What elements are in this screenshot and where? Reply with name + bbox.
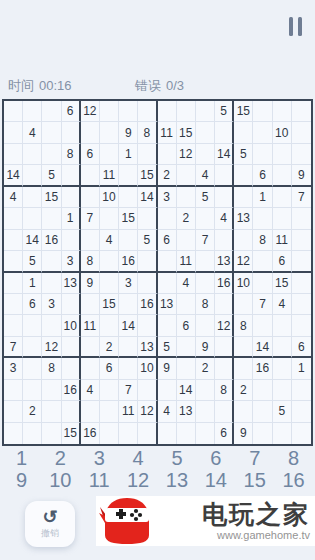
cell-r12c12[interactable]: [215, 337, 234, 358]
cell-r10c5[interactable]: [81, 294, 100, 315]
cell-r16c4[interactable]: 15: [62, 423, 81, 444]
cell-r14c3[interactable]: [42, 380, 61, 401]
cell-r5c16[interactable]: 7: [292, 187, 311, 208]
errors-value: 0/3: [166, 78, 184, 93]
cell-r9c14[interactable]: [253, 273, 272, 294]
cell-r13c8[interactable]: 10: [138, 358, 157, 379]
cell-r15c10[interactable]: 13: [177, 401, 196, 422]
cell-r8c11[interactable]: [196, 251, 215, 272]
cell-r1c7[interactable]: [119, 101, 138, 122]
numpad-key-8[interactable]: 8: [274, 447, 313, 469]
cell-r4c11[interactable]: 4: [196, 165, 215, 186]
cell-r6c15[interactable]: [273, 208, 292, 229]
cell-r7c15[interactable]: 11: [273, 230, 292, 251]
cell-r10c10[interactable]: [177, 294, 196, 315]
cell-r1c6[interactable]: [100, 101, 119, 122]
cell-r5c15[interactable]: [273, 187, 292, 208]
numpad-key-13[interactable]: 13: [158, 469, 197, 491]
cell-r16c13[interactable]: 9: [234, 423, 253, 444]
cell-r10c12[interactable]: [215, 294, 234, 315]
cell-r13c16[interactable]: 1: [292, 358, 311, 379]
cell-r1c2[interactable]: [23, 101, 42, 122]
undo-button[interactable]: ↺ 撤销: [25, 501, 75, 547]
cell-r15c13[interactable]: [234, 401, 253, 422]
cell-r8c1[interactable]: [4, 251, 23, 272]
cell-r13c10[interactable]: [177, 358, 196, 379]
cell-r13c2[interactable]: [23, 358, 42, 379]
cell-r12c2[interactable]: [23, 337, 42, 358]
cell-r4c16[interactable]: 9: [292, 165, 311, 186]
cell-r8c12[interactable]: 13: [215, 251, 234, 272]
cell-r16c11[interactable]: [196, 423, 215, 444]
cell-r5c10[interactable]: [177, 187, 196, 208]
cell-r9c3[interactable]: [42, 273, 61, 294]
cell-r9c15[interactable]: 15: [273, 273, 292, 294]
cell-r4c15[interactable]: [273, 165, 292, 186]
cell-r4c14[interactable]: 6: [253, 165, 272, 186]
cell-r1c12[interactable]: 5: [215, 101, 234, 122]
cell-r12c6[interactable]: 2: [100, 337, 119, 358]
cell-r9c1[interactable]: [4, 273, 23, 294]
cell-r1c13[interactable]: 15: [234, 101, 253, 122]
errors-label: 错误: [135, 78, 161, 93]
cell-r8c4[interactable]: 3: [62, 251, 81, 272]
cell-r13c1[interactable]: 3: [4, 358, 23, 379]
cell-r3c11[interactable]: [196, 144, 215, 165]
watermark-banner: 电玩之家 www.gamehome.tv: [96, 496, 315, 546]
numpad-key-7[interactable]: 7: [235, 447, 274, 469]
cell-r12c1[interactable]: 7: [4, 337, 23, 358]
cell-r11c9[interactable]: [158, 315, 177, 336]
cell-r1c9[interactable]: [158, 101, 177, 122]
cell-r13c3[interactable]: 8: [42, 358, 61, 379]
cell-r1c11[interactable]: [196, 101, 215, 122]
cell-r15c1[interactable]: [4, 401, 23, 422]
cell-r14c12[interactable]: 8: [215, 380, 234, 401]
cell-r10c2[interactable]: 6: [23, 294, 42, 315]
cell-r3c12[interactable]: 14: [215, 144, 234, 165]
cell-r4c2[interactable]: [23, 165, 42, 186]
pause-button[interactable]: [286, 14, 305, 39]
time-value: 00:16: [39, 78, 72, 93]
cell-r12c13[interactable]: [234, 337, 253, 358]
cell-r12c8[interactable]: 13: [138, 337, 157, 358]
cell-r4c9[interactable]: 2: [158, 165, 177, 186]
cell-r9c9[interactable]: [158, 273, 177, 294]
cell-r12c9[interactable]: 5: [158, 337, 177, 358]
cell-r6c5[interactable]: 7: [81, 208, 100, 229]
cell-r7c10[interactable]: [177, 230, 196, 251]
cell-r11c13[interactable]: 8: [234, 315, 253, 336]
cell-r10c1[interactable]: [4, 294, 23, 315]
cell-r10c15[interactable]: 4: [273, 294, 292, 315]
numpad-key-12[interactable]: 12: [119, 469, 158, 491]
cell-r5c4[interactable]: [62, 187, 81, 208]
pause-icon: [298, 17, 302, 36]
cell-r11c7[interactable]: 14: [119, 315, 138, 336]
cell-r11c4[interactable]: 10: [62, 315, 81, 336]
cell-r2c4[interactable]: [62, 122, 81, 143]
cell-r8c14[interactable]: [253, 251, 272, 272]
cell-r7c1[interactable]: [4, 230, 23, 251]
cell-r7c13[interactable]: [234, 230, 253, 251]
cell-r2c10[interactable]: 15: [177, 122, 196, 143]
cell-r2c15[interactable]: 10: [273, 122, 292, 143]
cell-r14c10[interactable]: 14: [177, 380, 196, 401]
cell-r5c2[interactable]: [23, 187, 42, 208]
cell-r6c12[interactable]: 4: [215, 208, 234, 229]
cell-r4c6[interactable]: 11: [100, 165, 119, 186]
cell-r5c6[interactable]: 10: [100, 187, 119, 208]
cell-r3c4[interactable]: 8: [62, 144, 81, 165]
cell-r16c9[interactable]: [158, 423, 177, 444]
cell-r6c7[interactable]: 15: [119, 208, 138, 229]
cell-r9c5[interactable]: 9: [81, 273, 100, 294]
cell-r9c12[interactable]: 16: [215, 273, 234, 294]
cell-r2c12[interactable]: [215, 122, 234, 143]
cell-r15c8[interactable]: 12: [138, 401, 157, 422]
cell-r11c10[interactable]: 6: [177, 315, 196, 336]
cell-r8c3[interactable]: [42, 251, 61, 272]
numpad-key-16[interactable]: 16: [274, 469, 313, 491]
cell-r5c8[interactable]: 14: [138, 187, 157, 208]
watermark-text: 电玩之家 www.gamehome.tv: [154, 501, 315, 540]
cell-r5c11[interactable]: 5: [196, 187, 215, 208]
cell-r2c5[interactable]: [81, 122, 100, 143]
cell-r14c11[interactable]: [196, 380, 215, 401]
pause-icon: [289, 17, 293, 36]
cell-r14c7[interactable]: 7: [119, 380, 138, 401]
cell-r7c3[interactable]: 16: [42, 230, 61, 251]
cell-r9c8[interactable]: [138, 273, 157, 294]
time-label: 时间: [8, 78, 34, 93]
cell-r12c14[interactable]: 14: [253, 337, 272, 358]
cell-r13c6[interactable]: 6: [100, 358, 119, 379]
cell-r5c1[interactable]: 4: [4, 187, 23, 208]
cell-r15c6[interactable]: [100, 401, 119, 422]
cell-r13c4[interactable]: [62, 358, 81, 379]
cell-r10c14[interactable]: 7: [253, 294, 272, 315]
undo-button-label: 撤销: [41, 527, 59, 540]
cell-r11c15[interactable]: [273, 315, 292, 336]
cell-r5c5[interactable]: [81, 187, 100, 208]
cell-r15c4[interactable]: [62, 401, 81, 422]
cell-r14c1[interactable]: [4, 380, 23, 401]
cell-r5c12[interactable]: [215, 187, 234, 208]
cell-r13c9[interactable]: 9: [158, 358, 177, 379]
cell-r3c1[interactable]: [4, 144, 23, 165]
cell-r12c7[interactable]: [119, 337, 138, 358]
cell-r12c15[interactable]: [273, 337, 292, 358]
cell-r4c7[interactable]: [119, 165, 138, 186]
cell-r16c7[interactable]: [119, 423, 138, 444]
cell-r4c13[interactable]: [234, 165, 253, 186]
cell-r8c2[interactable]: 5: [23, 251, 42, 272]
numpad: 12345678910111213141516: [2, 447, 313, 491]
cell-r4c5[interactable]: [81, 165, 100, 186]
numpad-key-6[interactable]: 6: [196, 447, 235, 469]
cell-r1c14[interactable]: [253, 101, 272, 122]
watermark-title: 电玩之家: [202, 501, 310, 527]
cell-r6c8[interactable]: [138, 208, 157, 229]
cell-r12c16[interactable]: 6: [292, 337, 311, 358]
cell-r3c7[interactable]: 1: [119, 144, 138, 165]
cell-r7c5[interactable]: [81, 230, 100, 251]
cell-r15c3[interactable]: [42, 401, 61, 422]
cell-r2c9[interactable]: 11: [158, 122, 177, 143]
numpad-key-15[interactable]: 15: [235, 469, 274, 491]
cell-r16c8[interactable]: [138, 423, 157, 444]
cell-r3c2[interactable]: [23, 144, 42, 165]
cell-r4c4[interactable]: [62, 165, 81, 186]
cell-r10c3[interactable]: 3: [42, 294, 61, 315]
cell-r12c10[interactable]: [177, 337, 196, 358]
cell-r13c13[interactable]: [234, 358, 253, 379]
cell-r5c13[interactable]: [234, 187, 253, 208]
cell-r9c2[interactable]: 1: [23, 273, 42, 294]
cell-r14c14[interactable]: [253, 380, 272, 401]
cell-r9c10[interactable]: 4: [177, 273, 196, 294]
time-stat: 时间00:16: [8, 77, 72, 95]
cell-r8c6[interactable]: [100, 251, 119, 272]
sudoku-screen: 时间00:16 错误0/3 61251549811151086112145145…: [0, 0, 315, 560]
cell-r2c13[interactable]: [234, 122, 253, 143]
sudoku-board: 6125154981115108611214514511152469415101…: [2, 99, 313, 446]
cell-r2c14[interactable]: [253, 122, 272, 143]
cell-r1c1[interactable]: [4, 101, 23, 122]
cell-r13c5[interactable]: [81, 358, 100, 379]
cell-r1c10[interactable]: [177, 101, 196, 122]
cell-r3c8[interactable]: [138, 144, 157, 165]
cell-r16c10[interactable]: [177, 423, 196, 444]
cell-r2c16[interactable]: [292, 122, 311, 143]
cell-r14c6[interactable]: [100, 380, 119, 401]
cell-r7c16[interactable]: [292, 230, 311, 251]
cell-r10c9[interactable]: 13: [158, 294, 177, 315]
cell-r16c5[interactable]: 16: [81, 423, 100, 444]
cell-r14c13[interactable]: 2: [234, 380, 253, 401]
numpad-key-1[interactable]: 1: [2, 447, 41, 469]
cell-r14c9[interactable]: [158, 380, 177, 401]
cell-r11c5[interactable]: 11: [81, 315, 100, 336]
numpad-key-10[interactable]: 10: [41, 469, 80, 491]
cell-r2c3[interactable]: [42, 122, 61, 143]
cell-r13c11[interactable]: 2: [196, 358, 215, 379]
cell-r13c12[interactable]: [215, 358, 234, 379]
cell-r1c3[interactable]: [42, 101, 61, 122]
cell-r14c2[interactable]: [23, 380, 42, 401]
cell-r15c11[interactable]: [196, 401, 215, 422]
cell-r1c15[interactable]: [273, 101, 292, 122]
cell-r3c9[interactable]: [158, 144, 177, 165]
cell-r6c1[interactable]: [4, 208, 23, 229]
cell-r14c4[interactable]: 16: [62, 380, 81, 401]
cell-r9c13[interactable]: 10: [234, 273, 253, 294]
cell-r10c11[interactable]: 8: [196, 294, 215, 315]
cell-r10c4[interactable]: [62, 294, 81, 315]
numpad-key-2[interactable]: 2: [41, 447, 80, 469]
cell-r6c16[interactable]: [292, 208, 311, 229]
cell-r1c4[interactable]: 6: [62, 101, 81, 122]
cell-r8c15[interactable]: 6: [273, 251, 292, 272]
cell-r8c5[interactable]: 8: [81, 251, 100, 272]
stats-row: 时间00:16 错误0/3: [0, 77, 315, 93]
cell-r16c14[interactable]: [253, 423, 272, 444]
cell-r2c11[interactable]: [196, 122, 215, 143]
cell-r6c11[interactable]: [196, 208, 215, 229]
cell-r1c5[interactable]: 12: [81, 101, 100, 122]
cell-r5c14[interactable]: 1: [253, 187, 272, 208]
cell-r12c5[interactable]: [81, 337, 100, 358]
cell-r6c10[interactable]: 2: [177, 208, 196, 229]
cell-r9c6[interactable]: [100, 273, 119, 294]
cell-r6c13[interactable]: 13: [234, 208, 253, 229]
cell-r6c3[interactable]: [42, 208, 61, 229]
numpad-key-14[interactable]: 14: [196, 469, 235, 491]
cell-r12c3[interactable]: 12: [42, 337, 61, 358]
cell-r7c6[interactable]: 4: [100, 230, 119, 251]
cell-r15c7[interactable]: 11: [119, 401, 138, 422]
cell-r3c15[interactable]: [273, 144, 292, 165]
cell-r8c13[interactable]: 12: [234, 251, 253, 272]
cell-r10c13[interactable]: [234, 294, 253, 315]
cell-r6c6[interactable]: [100, 208, 119, 229]
cell-r13c7[interactable]: [119, 358, 138, 379]
cell-r13c15[interactable]: [273, 358, 292, 379]
cell-r6c4[interactable]: 1: [62, 208, 81, 229]
watermark-url: www.gamehome.tv: [217, 529, 310, 541]
cell-r13c14[interactable]: 16: [253, 358, 272, 379]
cell-r2c6[interactable]: [100, 122, 119, 143]
cell-r14c15[interactable]: [273, 380, 292, 401]
cell-r14c16[interactable]: [292, 380, 311, 401]
cell-r10c8[interactable]: 16: [138, 294, 157, 315]
cell-r7c7[interactable]: [119, 230, 138, 251]
cell-r15c16[interactable]: [292, 401, 311, 422]
cell-r6c9[interactable]: [158, 208, 177, 229]
cell-r7c14[interactable]: 8: [253, 230, 272, 251]
errors-stat: 错误0/3: [135, 77, 184, 95]
cell-r5c3[interactable]: 15: [42, 187, 61, 208]
cell-r16c15[interactable]: [273, 423, 292, 444]
cell-r9c11[interactable]: [196, 273, 215, 294]
cell-r1c8[interactable]: [138, 101, 157, 122]
cell-r15c12[interactable]: [215, 401, 234, 422]
ninja-mascot-icon: [98, 497, 154, 545]
cell-r7c9[interactable]: 6: [158, 230, 177, 251]
cell-r11c2[interactable]: [23, 315, 42, 336]
cell-r5c7[interactable]: [119, 187, 138, 208]
cell-r11c6[interactable]: [100, 315, 119, 336]
cell-r8c8[interactable]: [138, 251, 157, 272]
cell-r12c4[interactable]: [62, 337, 81, 358]
cell-r11c3[interactable]: [42, 315, 61, 336]
cell-r4c8[interactable]: 15: [138, 165, 157, 186]
cell-r10c7[interactable]: [119, 294, 138, 315]
numpad-key-4[interactable]: 4: [119, 447, 158, 469]
cell-r15c14[interactable]: [253, 401, 272, 422]
cell-r10c6[interactable]: 15: [100, 294, 119, 315]
cell-r15c5[interactable]: [81, 401, 100, 422]
cell-r6c14[interactable]: [253, 208, 272, 229]
cell-r3c14[interactable]: [253, 144, 272, 165]
cell-r15c15[interactable]: 5: [273, 401, 292, 422]
cell-r11c1[interactable]: [4, 315, 23, 336]
cell-r7c2[interactable]: 14: [23, 230, 42, 251]
cell-r16c2[interactable]: [23, 423, 42, 444]
numpad-key-5[interactable]: 5: [158, 447, 197, 469]
cell-r3c10[interactable]: 12: [177, 144, 196, 165]
cell-r8c7[interactable]: 16: [119, 251, 138, 272]
cell-r2c2[interactable]: 4: [23, 122, 42, 143]
cell-r7c8[interactable]: 5: [138, 230, 157, 251]
cell-r7c11[interactable]: 7: [196, 230, 215, 251]
cell-r9c7[interactable]: 3: [119, 273, 138, 294]
cell-r11c11[interactable]: [196, 315, 215, 336]
cell-r3c3[interactable]: [42, 144, 61, 165]
cell-r16c6[interactable]: [100, 423, 119, 444]
cell-r8c16[interactable]: [292, 251, 311, 272]
cell-r7c4[interactable]: [62, 230, 81, 251]
cell-r9c16[interactable]: [292, 273, 311, 294]
cell-r3c6[interactable]: [100, 144, 119, 165]
cell-r14c8[interactable]: [138, 380, 157, 401]
bottom-bar: ↺ 撤销 电玩之家 www.gamehome.tv: [0, 496, 315, 548]
cell-r16c12[interactable]: 6: [215, 423, 234, 444]
cell-r3c16[interactable]: [292, 144, 311, 165]
cell-r11c12[interactable]: 12: [215, 315, 234, 336]
cell-r15c2[interactable]: 2: [23, 401, 42, 422]
cell-r1c16[interactable]: [292, 101, 311, 122]
cell-r11c8[interactable]: [138, 315, 157, 336]
cell-r3c5[interactable]: 6: [81, 144, 100, 165]
cell-r4c12[interactable]: [215, 165, 234, 186]
cell-r8c9[interactable]: [158, 251, 177, 272]
cell-r9c4[interactable]: 13: [62, 273, 81, 294]
numpad-key-11[interactable]: 11: [80, 469, 119, 491]
cell-r11c16[interactable]: [292, 315, 311, 336]
cell-r12c11[interactable]: 9: [196, 337, 215, 358]
cell-r4c10[interactable]: [177, 165, 196, 186]
cell-r16c3[interactable]: [42, 423, 61, 444]
cell-r8c10[interactable]: 11: [177, 251, 196, 272]
numpad-key-3[interactable]: 3: [80, 447, 119, 469]
cell-r7c12[interactable]: [215, 230, 234, 251]
undo-icon: ↺: [42, 508, 57, 526]
cell-r2c7[interactable]: 9: [119, 122, 138, 143]
cell-r3c13[interactable]: 5: [234, 144, 253, 165]
cell-r16c16[interactable]: [292, 423, 311, 444]
cell-r5c9[interactable]: 3: [158, 187, 177, 208]
cell-r15c9[interactable]: 4: [158, 401, 177, 422]
numpad-key-9[interactable]: 9: [2, 469, 41, 491]
cell-r11c14[interactable]: [253, 315, 272, 336]
cell-r4c3[interactable]: 5: [42, 165, 61, 186]
cell-r2c8[interactable]: 8: [138, 122, 157, 143]
cell-r6c2[interactable]: [23, 208, 42, 229]
cell-r14c5[interactable]: 4: [81, 380, 100, 401]
cell-r16c1[interactable]: [4, 423, 23, 444]
cell-r4c1[interactable]: 14: [4, 165, 23, 186]
cell-r2c1[interactable]: [4, 122, 23, 143]
cell-r10c16[interactable]: [292, 294, 311, 315]
